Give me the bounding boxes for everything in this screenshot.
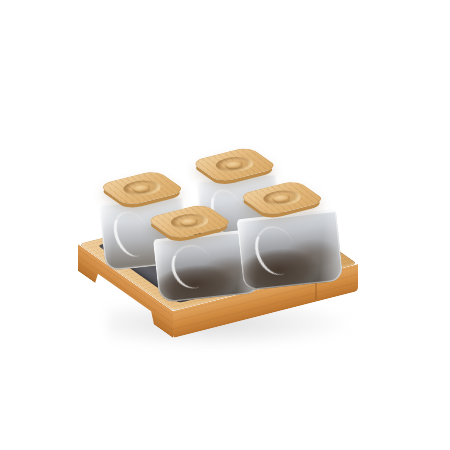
bamboo-lid-front-left [145, 203, 235, 239]
bamboo-lid-front-right [237, 180, 327, 216]
product-photo [0, 0, 450, 450]
